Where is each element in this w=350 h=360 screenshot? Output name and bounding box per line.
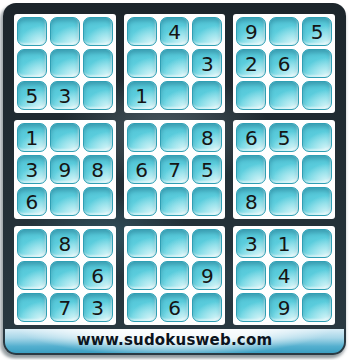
cell-r6c1[interactable]: 6 (17, 187, 47, 216)
cell-r8c6[interactable]: 9 (192, 261, 222, 290)
cell-r2c8[interactable]: 6 (269, 49, 299, 78)
cell-r8c4[interactable] (127, 261, 157, 290)
box-6: 658 (233, 120, 335, 219)
sudoku-grid: 5343195261398686756588673963149 (14, 14, 335, 325)
cell-r2c3[interactable] (83, 49, 113, 78)
cell-r1c8[interactable] (269, 17, 299, 46)
cell-r1c9[interactable]: 5 (302, 17, 332, 46)
cell-r9c7[interactable] (236, 293, 266, 322)
cell-r9c9[interactable] (302, 293, 332, 322)
cell-r5c6[interactable]: 5 (192, 155, 222, 184)
cell-r7c9[interactable] (302, 229, 332, 258)
cell-r2c7[interactable]: 2 (236, 49, 266, 78)
cell-r5c4[interactable]: 6 (127, 155, 157, 184)
cell-r2c4[interactable] (127, 49, 157, 78)
cell-r1c7[interactable]: 9 (236, 17, 266, 46)
cell-r8c7[interactable] (236, 261, 266, 290)
box-5: 8675 (124, 120, 226, 219)
cell-r4c3[interactable] (83, 123, 113, 152)
box-9: 3149 (233, 226, 335, 325)
cell-r3c8[interactable] (269, 81, 299, 110)
box-1: 53 (14, 14, 116, 113)
box-2: 431 (124, 14, 226, 113)
cell-r8c3[interactable]: 6 (83, 261, 113, 290)
cell-r1c4[interactable] (127, 17, 157, 46)
cell-r4c5[interactable] (160, 123, 190, 152)
cell-r6c2[interactable] (50, 187, 80, 216)
cell-r1c3[interactable] (83, 17, 113, 46)
cell-r3c4[interactable]: 1 (127, 81, 157, 110)
cell-r7c3[interactable] (83, 229, 113, 258)
cell-r9c8[interactable]: 9 (269, 293, 299, 322)
cell-r8c8[interactable]: 4 (269, 261, 299, 290)
cell-r8c2[interactable] (50, 261, 80, 290)
cell-r7c7[interactable]: 3 (236, 229, 266, 258)
box-4: 13986 (14, 120, 116, 219)
cell-r3c7[interactable] (236, 81, 266, 110)
cell-r3c1[interactable]: 5 (17, 81, 47, 110)
cell-r6c6[interactable] (192, 187, 222, 216)
cell-r8c9[interactable] (302, 261, 332, 290)
cell-r2c2[interactable] (50, 49, 80, 78)
cell-r5c1[interactable]: 3 (17, 155, 47, 184)
box-3: 9526 (233, 14, 335, 113)
cell-r9c5[interactable]: 6 (160, 293, 190, 322)
cell-r3c2[interactable]: 3 (50, 81, 80, 110)
cell-r2c5[interactable] (160, 49, 190, 78)
cell-r7c8[interactable]: 1 (269, 229, 299, 258)
cell-r5c5[interactable]: 7 (160, 155, 190, 184)
cell-r5c9[interactable] (302, 155, 332, 184)
cell-r9c1[interactable] (17, 293, 47, 322)
cell-r1c2[interactable] (50, 17, 80, 46)
cell-r4c7[interactable]: 6 (236, 123, 266, 152)
box-8: 96 (124, 226, 226, 325)
cell-r4c1[interactable]: 1 (17, 123, 47, 152)
cell-r6c3[interactable] (83, 187, 113, 216)
cell-r6c5[interactable] (160, 187, 190, 216)
sudoku-board: 5343195261398686756588673963149 www.sudo… (3, 3, 346, 355)
board-inner: 5343195261398686756588673963149 (3, 3, 346, 325)
cell-r4c8[interactable]: 5 (269, 123, 299, 152)
cell-r2c6[interactable]: 3 (192, 49, 222, 78)
cell-r7c2[interactable]: 8 (50, 229, 80, 258)
cell-r6c4[interactable] (127, 187, 157, 216)
box-7: 8673 (14, 226, 116, 325)
cell-r1c5[interactable]: 4 (160, 17, 190, 46)
cell-r3c5[interactable] (160, 81, 190, 110)
cell-r8c5[interactable] (160, 261, 190, 290)
site-link[interactable]: www.sudokusweb.com (77, 331, 272, 352)
cell-r6c8[interactable] (269, 187, 299, 216)
cell-r4c4[interactable] (127, 123, 157, 152)
cell-r3c6[interactable] (192, 81, 222, 110)
cell-r7c1[interactable] (17, 229, 47, 258)
cell-r2c1[interactable] (17, 49, 47, 78)
cell-r9c4[interactable] (127, 293, 157, 322)
cell-r9c3[interactable]: 3 (83, 293, 113, 322)
cell-r1c6[interactable] (192, 17, 222, 46)
cell-r3c9[interactable] (302, 81, 332, 110)
cell-r3c3[interactable] (83, 81, 113, 110)
cell-r4c6[interactable]: 8 (192, 123, 222, 152)
footer-band: www.sudokusweb.com (5, 329, 344, 353)
cell-r2c9[interactable] (302, 49, 332, 78)
cell-r7c6[interactable] (192, 229, 222, 258)
cell-r5c8[interactable] (269, 155, 299, 184)
cell-r5c3[interactable]: 8 (83, 155, 113, 184)
cell-r8c1[interactable] (17, 261, 47, 290)
cell-r4c9[interactable] (302, 123, 332, 152)
cell-r9c2[interactable]: 7 (50, 293, 80, 322)
cell-r7c5[interactable] (160, 229, 190, 258)
cell-r1c1[interactable] (17, 17, 47, 46)
cell-r6c9[interactable] (302, 187, 332, 216)
cell-r9c6[interactable] (192, 293, 222, 322)
cell-r7c4[interactable] (127, 229, 157, 258)
cell-r5c7[interactable] (236, 155, 266, 184)
cell-r6c7[interactable]: 8 (236, 187, 266, 216)
cell-r4c2[interactable] (50, 123, 80, 152)
cell-r5c2[interactable]: 9 (50, 155, 80, 184)
